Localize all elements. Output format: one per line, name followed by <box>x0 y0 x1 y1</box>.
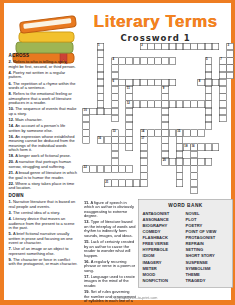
grid-cell[interactable] <box>162 129 169 136</box>
grid-cell[interactable] <box>190 101 197 108</box>
grid-cell[interactable] <box>169 158 176 165</box>
cell-number: 2 <box>141 44 143 47</box>
grid-cell[interactable] <box>198 43 205 50</box>
grid-cell[interactable]: 12 <box>126 101 133 108</box>
clue-item: 18. A longer work of fictional prose. <box>9 154 78 159</box>
clue-item: 7. Use of an image or an object to repre… <box>9 247 78 256</box>
grid-cell[interactable]: 8 <box>198 79 205 86</box>
grid-cell[interactable]: 4 <box>111 57 118 64</box>
grid-cell[interactable] <box>176 151 183 158</box>
grid-cell[interactable]: 20 <box>162 158 169 165</box>
clue-text: A regularly recurring phrase or verse in… <box>84 259 135 273</box>
clue-item: 8. Refers to the emotional feeling or at… <box>9 91 78 105</box>
clue-text: Lack of certainty created by an author t… <box>84 239 134 257</box>
grid-cell[interactable] <box>212 79 219 86</box>
grid-cell[interactable] <box>147 79 154 86</box>
clue-text: Literary device that moves an audience f… <box>9 216 75 230</box>
grid-cell[interactable] <box>133 57 140 64</box>
grid-cell[interactable] <box>198 144 205 151</box>
grid-cell[interactable] <box>111 158 118 165</box>
grid-cell[interactable]: 1 <box>97 43 104 50</box>
grid-cell[interactable] <box>205 72 212 79</box>
grid-cell[interactable] <box>83 137 90 144</box>
grid-cell[interactable]: 6 <box>111 79 118 86</box>
grid-cell[interactable] <box>169 43 176 50</box>
clue-item: 11. A figure of speech in which an autho… <box>84 200 136 218</box>
clue-item: 22. Where a story takes place in time an… <box>9 181 78 190</box>
grid-cell[interactable] <box>140 57 147 64</box>
page-title: Literary Terms <box>79 11 232 31</box>
grid-cell[interactable] <box>162 115 169 122</box>
cell-number: 17 <box>141 137 144 140</box>
grid-cell[interactable]: 22 <box>83 165 90 172</box>
clue-item: 21. A broad genre of literature in which… <box>9 170 78 179</box>
grid-cell[interactable] <box>183 129 190 136</box>
grid-cell[interactable] <box>140 173 147 180</box>
grid-cell[interactable] <box>205 115 212 122</box>
grid-cell[interactable] <box>111 180 118 187</box>
grid-cell[interactable] <box>126 93 133 100</box>
grid-cell[interactable] <box>190 187 197 194</box>
grid-cell[interactable] <box>176 158 183 165</box>
across-heading: ACROSS <box>9 53 78 58</box>
clue-text: Poetry not written in a regular pattern. <box>9 70 66 79</box>
clue-item: 12. Main character. <box>9 117 78 122</box>
grid-cell[interactable] <box>126 165 133 172</box>
grid-cell[interactable] <box>205 65 212 72</box>
clue-item: 4. Literary device that moves an audienc… <box>9 216 78 230</box>
cell-number: 3 <box>228 44 230 47</box>
grid-cell[interactable] <box>111 72 118 79</box>
grid-cell[interactable] <box>219 79 226 86</box>
grid-cell[interactable] <box>190 158 197 165</box>
grid-cell[interactable] <box>226 57 233 64</box>
grid-cell[interactable] <box>176 144 183 151</box>
grid-cell[interactable] <box>162 101 169 108</box>
clue-item: 17. Language used to create images in th… <box>84 274 136 288</box>
grid-cell[interactable] <box>126 137 133 144</box>
grid-cell[interactable] <box>90 108 97 115</box>
clue-item: 20. A narrative that portrays human sorr… <box>9 160 78 169</box>
grid-cell[interactable] <box>126 115 133 122</box>
grid-cell[interactable] <box>198 101 205 108</box>
clue-item: 1. Narrative literature that is based on… <box>9 200 78 209</box>
word-bank-word: NONFICTION <box>143 278 186 284</box>
grid-cell[interactable] <box>154 43 161 50</box>
grid-cell[interactable] <box>169 101 176 108</box>
grid-cell[interactable] <box>140 79 147 86</box>
grid-cell[interactable] <box>97 65 104 72</box>
clue-text: The character or force in conflict with … <box>9 257 78 266</box>
grid-cell[interactable] <box>169 79 176 86</box>
cell-number: 6 <box>112 80 114 83</box>
across-clues: 2. Refers to who is telling a story, mig… <box>9 60 78 190</box>
grid-cell[interactable] <box>154 79 161 86</box>
cell-number: 13 <box>112 130 115 133</box>
grid-cell[interactable] <box>133 180 140 187</box>
down-clues-left: 1. Narrative literature that is based on… <box>9 200 78 267</box>
grid-cell[interactable] <box>205 144 212 151</box>
clue-item: 10. The sequence of events that make up … <box>9 107 78 116</box>
grid-cell[interactable] <box>104 165 111 172</box>
grid-cell[interactable] <box>219 115 226 122</box>
grid-cell[interactable] <box>111 115 118 122</box>
clue-item: 9. The character or force in conflict wi… <box>9 257 78 266</box>
grid-cell[interactable] <box>162 108 169 115</box>
grid-cell[interactable] <box>97 79 104 86</box>
grid-cell[interactable] <box>183 43 190 50</box>
cell-number: 15 <box>177 130 180 133</box>
clue-item: 14. An account of a person's life writte… <box>9 123 78 132</box>
grid-cell[interactable] <box>205 108 212 115</box>
grid-cell[interactable] <box>190 180 197 187</box>
crossword-grid: 12345768119121013141516171816202221 <box>83 43 234 194</box>
clue-text: Language used to create images in the mi… <box>84 274 135 288</box>
cell-number: 10 <box>84 108 87 111</box>
grid-cell[interactable] <box>111 151 118 158</box>
grid-cell[interactable]: 16 <box>190 144 197 151</box>
grid-cell[interactable] <box>140 151 147 158</box>
grid-cell[interactable]: 15 <box>176 129 183 136</box>
grid-cell[interactable] <box>219 93 226 100</box>
clue-text: The central idea of a story. <box>13 210 60 215</box>
cell-number: 21 <box>105 180 108 183</box>
cell-number: 5 <box>206 58 208 61</box>
grid-cell[interactable] <box>162 79 169 86</box>
grid-cell[interactable] <box>212 144 219 151</box>
clue-text: A narrative that portrays human sorrow, … <box>9 160 71 169</box>
cell-number: 4 <box>112 58 114 61</box>
clue-item: 15. Lack of certainty created by an auth… <box>84 239 136 257</box>
grid-cell[interactable] <box>111 108 118 115</box>
word-bank-column-2: NOVELPLOTPOETRYPOINT OF VIEWPROTAGONISTR… <box>186 211 229 284</box>
clue-text: A brief fictional narrative usually writ… <box>9 231 73 245</box>
clue-text: Type of literature based on the interpla… <box>84 220 135 238</box>
grid-cell[interactable] <box>97 93 104 100</box>
grid-cell[interactable] <box>154 101 161 108</box>
cell-number: 7 <box>220 58 222 61</box>
grid-cell[interactable]: 16 <box>97 137 104 144</box>
grid-cell[interactable] <box>226 72 233 79</box>
grid-cell[interactable] <box>190 165 197 172</box>
grid-cell[interactable] <box>205 86 212 93</box>
grid-cell[interactable] <box>147 43 154 50</box>
clue-text: An account of a person's life written by… <box>9 123 66 132</box>
grid-cell[interactable]: 18 <box>183 144 190 151</box>
grid-cell[interactable] <box>219 65 226 72</box>
grid-cell[interactable]: 11 <box>126 86 133 93</box>
grid-cell[interactable] <box>212 43 219 50</box>
grid-cell[interactable] <box>97 165 104 172</box>
grid-cell[interactable] <box>118 137 125 144</box>
grid-cell[interactable] <box>83 122 90 129</box>
grid-cell[interactable] <box>126 57 133 64</box>
grid-cell[interactable]: 13 <box>111 129 118 136</box>
clue-text: An expression whose established meaning … <box>9 134 75 152</box>
clue-text: A longer work of fictional prose. <box>15 154 71 159</box>
grid-cell[interactable] <box>118 165 125 172</box>
cell-number: 22 <box>84 166 87 169</box>
cell-number: 16 <box>192 144 195 147</box>
grid-cell[interactable] <box>111 86 118 93</box>
grid-cell[interactable] <box>126 129 133 136</box>
grid-cell[interactable] <box>176 173 183 180</box>
grid-cell[interactable] <box>169 129 176 136</box>
clue-item: 6. The repetition of a rhyme within the … <box>9 81 78 90</box>
footer-copyright: © 2018 puzzles-to-print.com <box>74 296 194 301</box>
grid-cell[interactable] <box>97 101 104 108</box>
grid-cell[interactable] <box>162 137 169 144</box>
clue-text: Where a story takes place in time and lo… <box>9 181 75 190</box>
grid-cell[interactable] <box>147 101 154 108</box>
word-bank-column-1: ANTAGONISTASSONANCEBIOGRAPHYCOMEDYFLASHB… <box>143 211 186 284</box>
grid-cell[interactable] <box>97 57 104 64</box>
grid-cell[interactable] <box>90 165 97 172</box>
clue-item: 16. A regularly recurring phrase or vers… <box>84 259 136 273</box>
page-subtitle: Crossword 1 <box>79 33 232 43</box>
grid-cell[interactable] <box>205 122 212 129</box>
grid-cell[interactable] <box>198 158 205 165</box>
grid-cell[interactable] <box>219 108 226 115</box>
clue-text: Use of an image or an object to represen… <box>9 247 69 256</box>
grid-cell[interactable] <box>140 165 147 172</box>
grid-cell[interactable] <box>118 180 125 187</box>
grid-cell[interactable] <box>126 180 133 187</box>
grid-cell[interactable] <box>219 72 226 79</box>
grid-cell[interactable] <box>154 129 161 136</box>
grid-cell[interactable] <box>104 108 111 115</box>
clue-item: 13. Type of literature based on the inte… <box>84 220 136 238</box>
clue-text: A figure of speech in which an author is… <box>84 200 134 218</box>
grid-cell[interactable] <box>140 101 147 108</box>
grid-cell[interactable] <box>118 79 125 86</box>
grid-cell[interactable] <box>219 101 226 108</box>
grid-cell[interactable] <box>169 57 176 64</box>
grid-cell[interactable] <box>162 57 169 64</box>
grid-cell[interactable] <box>147 57 154 64</box>
grid-cell[interactable]: 17 <box>140 137 147 144</box>
grid-cell[interactable] <box>190 129 197 136</box>
grid-cell[interactable] <box>162 43 169 50</box>
word-bank-word: TRAGEDY <box>186 278 229 284</box>
clue-text: Main character. <box>15 117 42 122</box>
down-clues-middle: 11. A figure of speech in which an autho… <box>84 200 136 305</box>
grid-cell[interactable] <box>126 122 133 129</box>
down-heading: DOWN <box>9 193 78 198</box>
clue-text: A broad genre of literature in which the… <box>9 170 77 179</box>
grid-cell[interactable] <box>176 165 183 172</box>
grid-cell[interactable] <box>147 129 154 136</box>
grid-cell[interactable] <box>219 86 226 93</box>
clue-column-middle: 11. A figure of speech in which an autho… <box>84 200 136 305</box>
grid-cell[interactable]: 2 <box>140 43 147 50</box>
grid-cell[interactable] <box>111 101 118 108</box>
clue-item: 16. An expression whose established mean… <box>9 134 78 152</box>
grid-cell[interactable]: 10 <box>83 108 90 115</box>
grid-cell[interactable] <box>162 151 169 158</box>
grid-cell[interactable] <box>111 65 118 72</box>
worksheet-page: Literary Terms Crossword 1 1234576811912… <box>0 0 235 305</box>
grid-cell[interactable] <box>111 165 118 172</box>
grid-cell[interactable] <box>97 50 104 57</box>
clue-column-left: ACROSS 2. Refers to who is telling a sto… <box>9 53 78 268</box>
grid-cell[interactable] <box>162 122 169 129</box>
grid-cell[interactable] <box>154 57 161 64</box>
grid-cell[interactable]: 3 <box>226 43 233 50</box>
cell-number: 8 <box>199 80 201 83</box>
grid-cell[interactable] <box>205 158 212 165</box>
grid-cell[interactable] <box>176 101 183 108</box>
clue-text: Refers to who is telling a story, might … <box>9 60 76 69</box>
grid-cell[interactable] <box>83 129 90 136</box>
grid-cell[interactable]: 9 <box>162 86 169 93</box>
grid-cell[interactable] <box>133 101 140 108</box>
grid-cell[interactable] <box>162 93 169 100</box>
clue-text: The repetition of a rhyme within the wor… <box>9 81 76 90</box>
grid-cell[interactable]: 14 <box>140 129 147 136</box>
cell-number: 9 <box>163 87 165 90</box>
grid-cell[interactable] <box>205 43 212 50</box>
grid-cell[interactable] <box>118 57 125 64</box>
grid-cell[interactable] <box>205 101 212 108</box>
grid-cell[interactable] <box>198 129 205 136</box>
grid-cell[interactable] <box>190 151 197 158</box>
clue-item: 3. The central idea of a story. <box>9 210 78 215</box>
grid-cell[interactable] <box>205 79 212 86</box>
grid-cell[interactable] <box>133 79 140 86</box>
grid-cell[interactable] <box>176 43 183 50</box>
grid-cell[interactable]: 5 <box>205 57 212 64</box>
page-frame: Literary Terms Crossword 1 1234576811912… <box>0 0 235 305</box>
grid-cell[interactable] <box>176 180 183 187</box>
grid-cell[interactable] <box>83 115 90 122</box>
grid-cell[interactable] <box>176 137 183 144</box>
grid-cell[interactable] <box>97 72 104 79</box>
grid-cell[interactable]: 21 <box>104 180 111 187</box>
grid-cell[interactable] <box>111 93 118 100</box>
grid-cell[interactable] <box>226 65 233 72</box>
grid-cell[interactable] <box>205 93 212 100</box>
clue-item: 2. Refers to who is telling a story, mig… <box>9 60 78 69</box>
cell-number: 1 <box>98 44 100 47</box>
clue-text: Refers to the emotional feeling or atmos… <box>9 91 72 105</box>
grid-cell[interactable] <box>140 144 147 151</box>
grid-cell[interactable] <box>162 144 169 151</box>
cell-number: 18 <box>184 144 187 147</box>
grid-cell[interactable] <box>97 108 104 115</box>
grid-cell[interactable] <box>126 108 133 115</box>
grid-cell[interactable]: 7 <box>219 57 226 64</box>
clue-text: The sequence of events that make up a st… <box>9 107 77 116</box>
cell-number: 11 <box>127 87 130 90</box>
clue-text: Narrative literature that is based on re… <box>9 200 76 209</box>
grid-cell[interactable] <box>111 144 118 151</box>
clue-item: 5. A brief fictional narrative usually w… <box>9 231 78 245</box>
grid-cell[interactable] <box>226 50 233 57</box>
grid-cell[interactable] <box>140 180 147 187</box>
grid-cell[interactable] <box>104 137 111 144</box>
cell-number: 12 <box>127 101 130 104</box>
grid-cell[interactable] <box>97 86 104 93</box>
word-bank: WORD BANK ANTAGONISTASSONANCEBIOGRAPHYCO… <box>138 199 233 288</box>
grid-cell[interactable] <box>126 144 133 151</box>
clue-item: 4. Poetry not written in a regular patte… <box>9 70 78 79</box>
grid-cell[interactable] <box>111 137 118 144</box>
grid-cell[interactable] <box>190 173 197 180</box>
word-bank-title: WORD BANK <box>143 203 229 209</box>
cell-number: 20 <box>163 159 166 162</box>
grid-cell[interactable] <box>140 158 147 165</box>
grid-cell[interactable] <box>126 79 133 86</box>
grid-cell[interactable] <box>183 158 190 165</box>
cell-number: 16 <box>98 137 101 140</box>
cell-number: 14 <box>141 130 144 133</box>
grid-cell[interactable] <box>183 101 190 108</box>
grid-cell[interactable] <box>190 43 197 50</box>
